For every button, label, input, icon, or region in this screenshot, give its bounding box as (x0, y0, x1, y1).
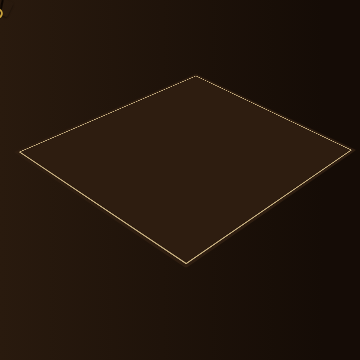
chess-set-scene (0, 0, 360, 360)
pieces-layer (0, 0, 360, 360)
